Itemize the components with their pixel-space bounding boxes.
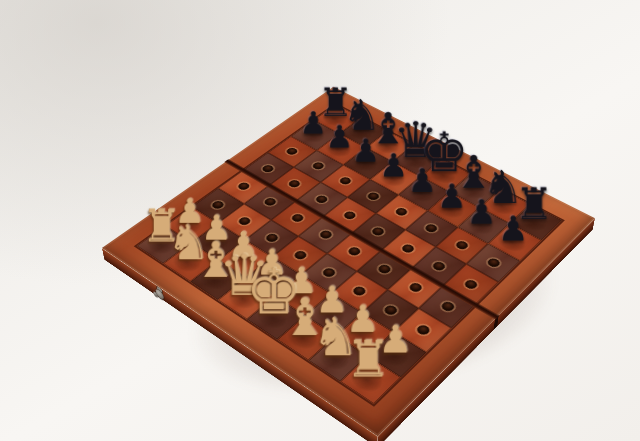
black-pawn-e7: ♟ xyxy=(408,164,437,197)
peg-hole xyxy=(290,213,305,223)
black-pawn-f7: ♟ xyxy=(437,179,467,212)
peg-hole xyxy=(287,179,302,189)
peg-hole xyxy=(414,323,431,336)
peg-hole xyxy=(261,164,276,173)
peg-hole xyxy=(346,246,362,257)
peg-hole xyxy=(371,226,386,237)
peg-hole xyxy=(321,267,337,279)
peg-hole xyxy=(318,229,334,240)
peg-hole xyxy=(311,161,326,170)
peg-hole xyxy=(439,300,456,312)
peg-hole xyxy=(236,182,251,192)
black-pawn-b7: ♟ xyxy=(325,121,353,152)
peg-hole xyxy=(486,257,502,268)
black-pawn-g7: ♟ xyxy=(467,195,497,229)
photo-scene: ♜♞♝♛♚♝♞♜♟♟♟♟♟♟♟♟♟♟♟♟♟♟♟♟♜♞♝♛♚♝♞♜ xyxy=(0,0,640,441)
peg-hole xyxy=(463,278,479,290)
peg-hole xyxy=(314,194,329,204)
peg-hole xyxy=(366,191,381,201)
peg-hole xyxy=(400,243,416,254)
black-pawn-a7: ♟ xyxy=(300,107,328,138)
peg-hole xyxy=(394,207,409,217)
peg-hole xyxy=(342,210,357,220)
peg-hole xyxy=(351,285,367,297)
black-pawn-h7: ♟ xyxy=(498,211,529,245)
black-pawn-c7: ♟ xyxy=(352,135,380,167)
peg-hole xyxy=(407,282,423,294)
peg-hole xyxy=(431,260,447,271)
peg-hole xyxy=(285,147,299,156)
peg-hole xyxy=(424,223,439,234)
peg-hole xyxy=(376,264,392,275)
peg-hole xyxy=(338,176,353,186)
black-pawn-d7: ♟ xyxy=(380,149,409,181)
peg-hole xyxy=(382,304,399,316)
white-rook-h1: ♜ xyxy=(346,334,391,384)
peg-hole xyxy=(263,197,278,207)
peg-hole xyxy=(454,240,470,251)
